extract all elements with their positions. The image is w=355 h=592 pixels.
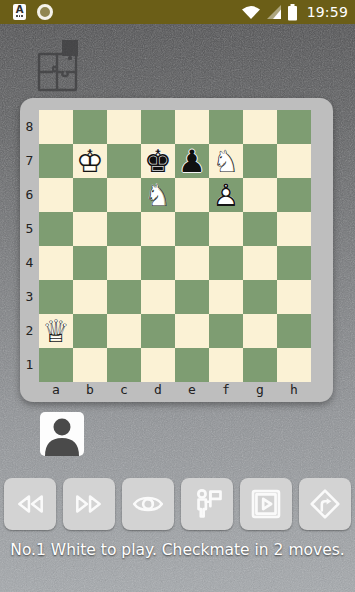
square-c2[interactable] bbox=[107, 314, 141, 348]
square-b1[interactable] bbox=[73, 348, 107, 382]
square-g1[interactable] bbox=[243, 348, 277, 382]
square-f1[interactable] bbox=[209, 348, 243, 382]
square-e4[interactable] bbox=[175, 246, 209, 280]
autoplay-button[interactable] bbox=[240, 478, 292, 530]
file-labels: abcdefgh bbox=[39, 382, 311, 400]
square-a5[interactable] bbox=[39, 212, 73, 246]
square-d5[interactable] bbox=[141, 212, 175, 246]
square-h3[interactable] bbox=[277, 280, 311, 314]
rank-label-4: 4 bbox=[20, 246, 39, 280]
file-label-g: g bbox=[243, 382, 277, 400]
square-c5[interactable] bbox=[107, 212, 141, 246]
piece-black-P-e7[interactable]: ♟ bbox=[175, 144, 209, 178]
square-b3[interactable] bbox=[73, 280, 107, 314]
rewind-icon bbox=[12, 487, 48, 521]
app-screen: A 19:59 bbox=[0, 0, 355, 592]
square-h2[interactable] bbox=[277, 314, 311, 348]
square-c8[interactable] bbox=[107, 110, 141, 144]
square-h6[interactable] bbox=[277, 178, 311, 212]
square-a6[interactable] bbox=[39, 178, 73, 212]
square-f3[interactable] bbox=[209, 280, 243, 314]
square-c1[interactable] bbox=[107, 348, 141, 382]
square-a2[interactable]: ♛♕ bbox=[39, 314, 73, 348]
variation-button[interactable] bbox=[299, 478, 351, 530]
puzzle-watermark-icon bbox=[36, 38, 86, 93]
square-c6[interactable] bbox=[107, 178, 141, 212]
file-label-f: f bbox=[209, 382, 243, 400]
control-bar bbox=[0, 478, 355, 530]
rank-label-1: 1 bbox=[20, 348, 39, 382]
square-b6[interactable] bbox=[73, 178, 107, 212]
square-d8[interactable] bbox=[141, 110, 175, 144]
player-avatar[interactable] bbox=[40, 412, 84, 456]
piece-black-K-d7[interactable]: ♚ bbox=[141, 144, 175, 178]
rank-label-6: 6 bbox=[20, 178, 39, 212]
square-e2[interactable] bbox=[175, 314, 209, 348]
status-bar: A 19:59 bbox=[0, 0, 355, 24]
square-h5[interactable] bbox=[277, 212, 311, 246]
rank-label-3: 3 bbox=[20, 280, 39, 314]
file-label-h: h bbox=[277, 382, 311, 400]
square-e1[interactable] bbox=[175, 348, 209, 382]
square-d3[interactable] bbox=[141, 280, 175, 314]
square-h4[interactable] bbox=[277, 246, 311, 280]
square-a8[interactable] bbox=[39, 110, 73, 144]
puzzle-caption: No.1 White to play. Checkmate in 2 moves… bbox=[0, 541, 355, 559]
file-label-b: b bbox=[73, 382, 107, 400]
resign-button[interactable] bbox=[181, 478, 233, 530]
circle-icon bbox=[37, 4, 53, 20]
file-label-d: d bbox=[141, 382, 175, 400]
square-g5[interactable] bbox=[243, 212, 277, 246]
square-d1[interactable] bbox=[141, 348, 175, 382]
square-f2[interactable] bbox=[209, 314, 243, 348]
clock-time: 19:59 bbox=[307, 4, 348, 20]
square-g4[interactable] bbox=[243, 246, 277, 280]
rank-label-2: 2 bbox=[20, 314, 39, 348]
square-d4[interactable] bbox=[141, 246, 175, 280]
square-g7[interactable] bbox=[243, 144, 277, 178]
square-h8[interactable] bbox=[277, 110, 311, 144]
square-e3[interactable] bbox=[175, 280, 209, 314]
square-e6[interactable] bbox=[175, 178, 209, 212]
show-solution-button[interactable] bbox=[122, 478, 174, 530]
square-d2[interactable] bbox=[141, 314, 175, 348]
piece-white-Q-a2[interactable]: ♛♕ bbox=[39, 314, 73, 348]
square-f6[interactable]: ♟♙ bbox=[209, 178, 243, 212]
square-e8[interactable] bbox=[175, 110, 209, 144]
chess-board: 87654321 ♚♔♚♟♞♘♞♘♟♙♛♕ abcdefgh bbox=[20, 98, 333, 402]
fast-forward-icon bbox=[71, 487, 107, 521]
square-d6[interactable]: ♞♘ bbox=[141, 178, 175, 212]
cell-signal-icon bbox=[266, 5, 282, 20]
square-b4[interactable] bbox=[73, 246, 107, 280]
eye-icon bbox=[129, 487, 167, 521]
square-h1[interactable] bbox=[277, 348, 311, 382]
piece-white-N-f7[interactable]: ♞♘ bbox=[209, 144, 243, 178]
square-b5[interactable] bbox=[73, 212, 107, 246]
square-a1[interactable] bbox=[39, 348, 73, 382]
piece-white-N-d6[interactable]: ♞♘ bbox=[141, 178, 175, 212]
piece-white-P-f6[interactable]: ♟♙ bbox=[209, 178, 243, 212]
square-c7[interactable] bbox=[107, 144, 141, 178]
square-e7[interactable]: ♟ bbox=[175, 144, 209, 178]
square-f7[interactable]: ♞♘ bbox=[209, 144, 243, 178]
square-a3[interactable] bbox=[39, 280, 73, 314]
square-f8[interactable] bbox=[209, 110, 243, 144]
rank-label-8: 8 bbox=[20, 110, 39, 144]
battery-icon bbox=[287, 4, 298, 21]
square-f5[interactable] bbox=[209, 212, 243, 246]
rank-label-7: 7 bbox=[20, 144, 39, 178]
square-e5[interactable] bbox=[175, 212, 209, 246]
person-silhouette-icon bbox=[40, 412, 84, 456]
square-c4[interactable] bbox=[107, 246, 141, 280]
fast-forward-button[interactable] bbox=[63, 478, 115, 530]
square-b2[interactable] bbox=[73, 314, 107, 348]
file-label-a: a bbox=[39, 382, 73, 400]
square-g8[interactable] bbox=[243, 110, 277, 144]
boxed-play-icon bbox=[248, 486, 284, 522]
square-b8[interactable] bbox=[73, 110, 107, 144]
rewind-button[interactable] bbox=[4, 478, 56, 530]
rank-labels: 87654321 bbox=[20, 110, 39, 382]
square-g3[interactable] bbox=[243, 280, 277, 314]
square-f4[interactable] bbox=[209, 246, 243, 280]
square-a7[interactable] bbox=[39, 144, 73, 178]
square-b7[interactable]: ♚♔ bbox=[73, 144, 107, 178]
input-method-a-icon: A bbox=[13, 4, 26, 20]
rank-label-5: 5 bbox=[20, 212, 39, 246]
file-label-c: c bbox=[107, 382, 141, 400]
person-flag-icon bbox=[189, 486, 225, 522]
square-a4[interactable] bbox=[39, 246, 73, 280]
square-h7[interactable] bbox=[277, 144, 311, 178]
file-label-e: e bbox=[175, 382, 209, 400]
square-g2[interactable] bbox=[243, 314, 277, 348]
square-d7[interactable]: ♚ bbox=[141, 144, 175, 178]
piece-white-K-b7[interactable]: ♚♔ bbox=[73, 144, 107, 178]
board-grid[interactable]: ♚♔♚♟♞♘♞♘♟♙♛♕ bbox=[39, 110, 311, 382]
square-c3[interactable] bbox=[107, 280, 141, 314]
diamond-turn-arrow-icon bbox=[308, 487, 342, 521]
wifi-icon bbox=[241, 5, 261, 20]
square-g6[interactable] bbox=[243, 178, 277, 212]
